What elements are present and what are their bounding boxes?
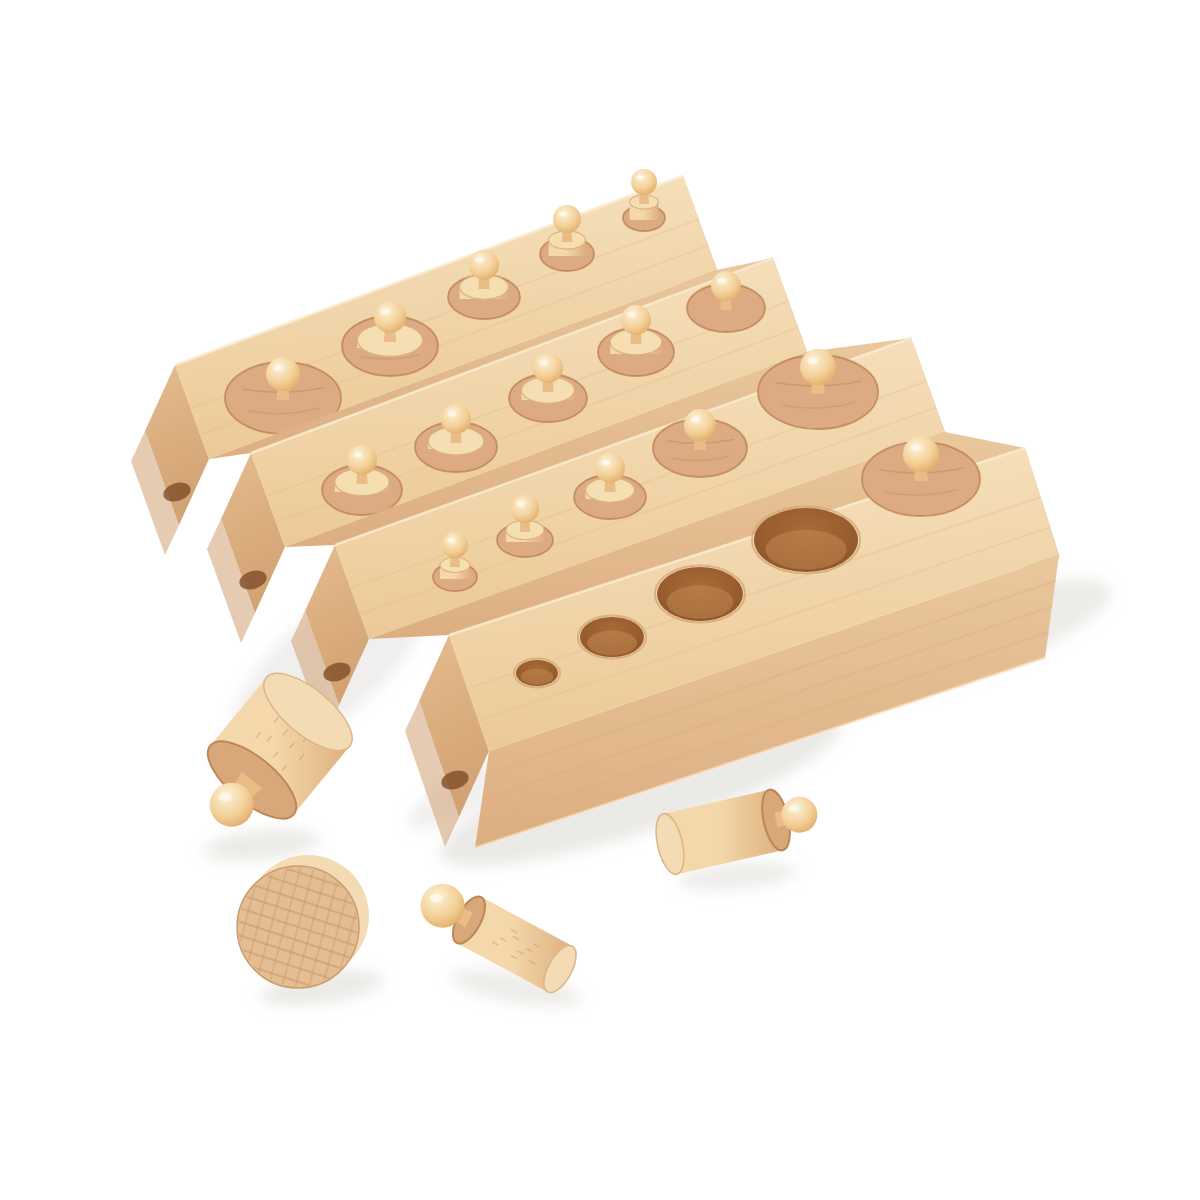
empty-socket	[578, 616, 646, 659]
knob-highlight	[447, 411, 456, 417]
hole-inner-wall	[765, 530, 846, 570]
knob-ball	[421, 884, 465, 928]
hole-inner-wall	[666, 585, 733, 618]
empty-socket	[514, 659, 560, 688]
knob-highlight	[717, 278, 726, 284]
knob-ball	[595, 453, 625, 483]
knob-ball	[511, 495, 539, 523]
hole-inner-wall	[521, 669, 554, 685]
knob-ball	[441, 404, 471, 434]
knob-highlight	[910, 444, 921, 451]
knob-highlight	[273, 365, 283, 372]
knob-ball	[266, 357, 300, 391]
knob-ball	[533, 353, 563, 383]
hole-inner-wall	[587, 631, 637, 656]
knob-highlight	[789, 805, 800, 812]
knob-highlight	[447, 538, 455, 543]
knob-ball	[903, 436, 939, 472]
knob-ball	[553, 205, 581, 233]
knob-highlight	[690, 416, 700, 422]
empty-socket	[655, 566, 745, 623]
knob-ball	[374, 301, 406, 333]
knob-highlight	[559, 211, 567, 217]
knob-highlight	[517, 501, 525, 507]
knob-ball	[800, 349, 836, 385]
knob-highlight	[218, 793, 231, 802]
knob-highlight	[807, 357, 818, 364]
knob-highlight	[380, 308, 390, 314]
knob-ball	[210, 783, 254, 827]
knob-ball	[711, 271, 741, 301]
knob-ball	[684, 409, 716, 441]
product-photo	[0, 0, 1200, 1200]
knob-ball	[631, 169, 657, 195]
knob-highlight	[636, 175, 644, 180]
knob-ball	[469, 250, 499, 280]
empty-socket	[752, 507, 860, 574]
knob-ball	[621, 305, 651, 335]
knob-highlight	[601, 460, 610, 466]
knob-highlight	[353, 452, 362, 458]
scene-canvas	[0, 0, 1200, 1200]
knob-highlight	[627, 312, 636, 318]
knob-ball	[781, 797, 817, 833]
knob-highlight	[475, 257, 484, 263]
knob-highlight	[539, 360, 548, 366]
knob-highlight	[429, 894, 442, 903]
knob-ball	[347, 445, 377, 475]
knob-ball	[442, 532, 468, 558]
